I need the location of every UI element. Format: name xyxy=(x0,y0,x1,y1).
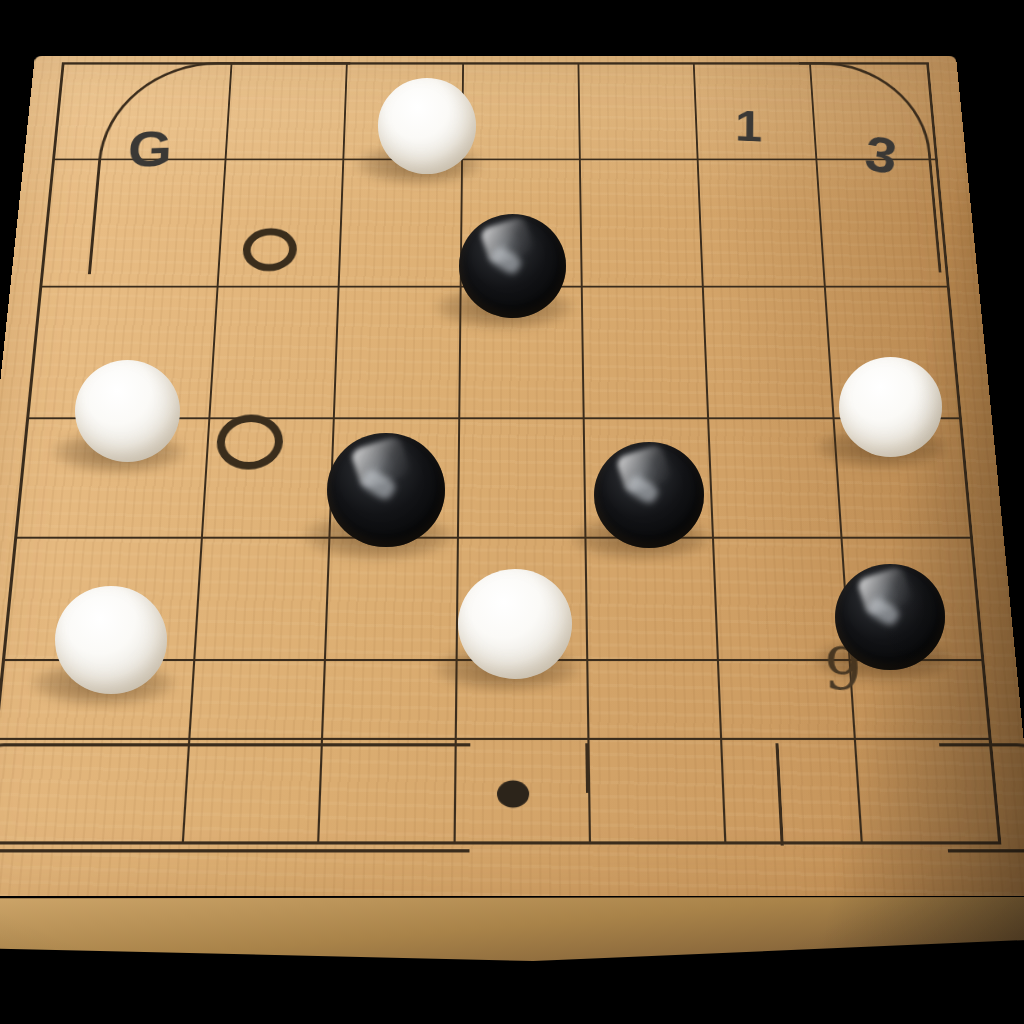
go-board[interactable]: G 1 3 9 xyxy=(0,56,1024,897)
dot-mark-3 xyxy=(497,780,529,807)
board-label-size-13-digit-1: 1 xyxy=(735,104,762,148)
board-label-g: G xyxy=(127,124,173,176)
ring-mark-1 xyxy=(242,229,298,272)
board-label-size-13-digit-3: 3 xyxy=(862,128,899,183)
photo-frame: G 1 3 9 xyxy=(0,0,1024,1024)
scene: G 1 3 9 xyxy=(0,0,1024,1024)
ring-mark-2 xyxy=(215,414,284,469)
marks-layer xyxy=(0,56,1024,897)
